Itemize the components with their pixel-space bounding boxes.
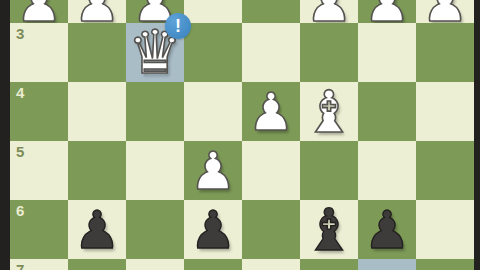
black-pawn[interactable]: ♟ [74,204,121,256]
square-a4[interactable] [416,82,474,141]
square-f6[interactable] [126,200,184,259]
rank-coordinate-4: 4 [16,85,24,100]
black-pawn[interactable]: ♟ [190,204,237,256]
square-d2[interactable] [242,0,300,23]
square-a5[interactable] [416,141,474,200]
black-pawn[interactable]: ♟ [364,204,411,256]
rank-coordinate-6: 6 [16,203,24,218]
square-h3[interactable]: 3 [10,23,68,82]
square-e7[interactable] [184,259,242,270]
white-pawn[interactable]: ♟ [248,86,295,138]
square-a3[interactable] [416,23,474,82]
square-b4[interactable] [358,82,416,141]
square-f7[interactable] [126,259,184,270]
square-e2[interactable] [184,0,242,23]
square-h2[interactable]: ♟ [10,0,68,23]
letterbox-right [474,0,480,270]
square-h6[interactable]: 6 [10,200,68,259]
square-b3[interactable] [358,23,416,82]
square-d7[interactable] [242,259,300,270]
rank-coordinate-7: 7 [16,262,24,270]
square-h5[interactable]: 5 [10,141,68,200]
square-c4[interactable]: ♝ [300,82,358,141]
square-e3[interactable] [184,23,242,82]
white-bishop[interactable]: ♝ [303,83,355,141]
square-c2[interactable]: ♟ [300,0,358,23]
chess-board: ♟♟♟♟♟♟3♛!4♟♝5♟6♟♟♝♟7 [10,0,474,270]
square-e5[interactable]: ♟ [184,141,242,200]
square-c6[interactable]: ♝ [300,200,358,259]
square-e6[interactable]: ♟ [184,200,242,259]
square-b6[interactable]: ♟ [358,200,416,259]
square-b7[interactable] [358,259,416,270]
square-e4[interactable] [184,82,242,141]
square-a7[interactable] [416,259,474,270]
square-b5[interactable] [358,141,416,200]
square-f4[interactable] [126,82,184,141]
square-f3[interactable]: ♛! [126,23,184,82]
rank-coordinate-3: 3 [16,26,24,41]
black-bishop[interactable]: ♝ [303,201,355,259]
square-c7[interactable] [300,259,358,270]
square-c3[interactable] [300,23,358,82]
good-move-badge-icon: ! [165,13,191,39]
square-d4[interactable]: ♟ [242,82,300,141]
letterbox-left [0,0,10,270]
white-pawn[interactable]: ♟ [190,145,237,197]
square-f5[interactable] [126,141,184,200]
square-g4[interactable] [68,82,126,141]
chess-app-viewport: ♟♟♟♟♟♟3♛!4♟♝5♟6♟♟♝♟7 [0,0,480,270]
square-h7[interactable]: 7 [10,259,68,270]
square-g2[interactable]: ♟ [68,0,126,23]
square-d3[interactable] [242,23,300,82]
square-g6[interactable]: ♟ [68,200,126,259]
square-d6[interactable] [242,200,300,259]
square-h4[interactable]: 4 [10,82,68,141]
square-a6[interactable] [416,200,474,259]
square-a2[interactable]: ♟ [416,0,474,23]
square-c5[interactable] [300,141,358,200]
square-g7[interactable] [68,259,126,270]
square-d5[interactable] [242,141,300,200]
square-g5[interactable] [68,141,126,200]
square-g3[interactable] [68,23,126,82]
rank-coordinate-5: 5 [16,144,24,159]
square-b2[interactable]: ♟ [358,0,416,23]
